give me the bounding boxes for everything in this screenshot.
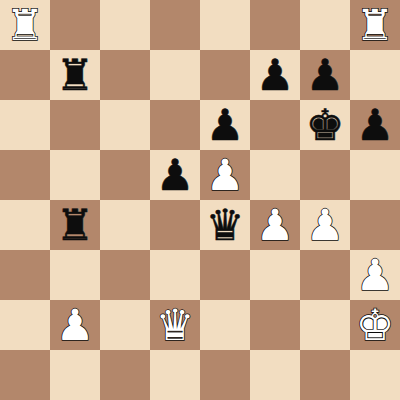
piece-white-pawn[interactable]: ♟	[256, 200, 295, 250]
square-g2[interactable]	[300, 300, 350, 350]
square-d8[interactable]	[150, 0, 200, 50]
square-c6[interactable]	[100, 100, 150, 150]
square-c3[interactable]	[100, 250, 150, 300]
square-c4[interactable]	[100, 200, 150, 250]
square-c1[interactable]	[100, 350, 150, 400]
square-a2[interactable]	[0, 300, 50, 350]
square-a6[interactable]	[0, 100, 50, 150]
square-f7[interactable]: ♟	[250, 50, 300, 100]
square-f1[interactable]	[250, 350, 300, 400]
square-c7[interactable]	[100, 50, 150, 100]
piece-black-pawn[interactable]: ♟	[206, 100, 245, 150]
square-d6[interactable]	[150, 100, 200, 150]
piece-black-pawn[interactable]: ♟	[156, 150, 195, 200]
square-a4[interactable]	[0, 200, 50, 250]
piece-white-king[interactable]: ♚	[356, 300, 395, 350]
square-h3[interactable]: ♟	[350, 250, 400, 300]
square-h7[interactable]	[350, 50, 400, 100]
square-e7[interactable]	[200, 50, 250, 100]
square-f6[interactable]	[250, 100, 300, 150]
chess-board: ♜♜♜♟♟♟♚♟♟♟♜♛♟♟♟♟♛♚	[0, 0, 400, 400]
square-e8[interactable]	[200, 0, 250, 50]
square-b4[interactable]: ♜	[50, 200, 100, 250]
square-h4[interactable]	[350, 200, 400, 250]
square-e2[interactable]	[200, 300, 250, 350]
square-b8[interactable]	[50, 0, 100, 50]
square-d5[interactable]: ♟	[150, 150, 200, 200]
piece-black-queen[interactable]: ♛	[206, 200, 245, 250]
square-e5[interactable]: ♟	[200, 150, 250, 200]
square-h1[interactable]	[350, 350, 400, 400]
square-a1[interactable]	[0, 350, 50, 400]
square-b7[interactable]: ♜	[50, 50, 100, 100]
square-e1[interactable]	[200, 350, 250, 400]
square-g5[interactable]	[300, 150, 350, 200]
square-h6[interactable]: ♟	[350, 100, 400, 150]
square-g7[interactable]: ♟	[300, 50, 350, 100]
piece-white-pawn[interactable]: ♟	[356, 250, 395, 300]
piece-white-rook[interactable]: ♜	[6, 0, 45, 50]
square-g3[interactable]	[300, 250, 350, 300]
square-a5[interactable]	[0, 150, 50, 200]
square-e6[interactable]: ♟	[200, 100, 250, 150]
square-a8[interactable]: ♜	[0, 0, 50, 50]
piece-black-rook[interactable]: ♜	[56, 50, 95, 100]
piece-black-pawn[interactable]: ♟	[256, 50, 295, 100]
square-h2[interactable]: ♚	[350, 300, 400, 350]
piece-white-pawn[interactable]: ♟	[206, 150, 245, 200]
piece-black-rook[interactable]: ♜	[56, 200, 95, 250]
piece-black-pawn[interactable]: ♟	[306, 50, 345, 100]
piece-white-queen[interactable]: ♛	[156, 300, 195, 350]
piece-white-pawn[interactable]: ♟	[306, 200, 345, 250]
square-c5[interactable]	[100, 150, 150, 200]
square-b6[interactable]	[50, 100, 100, 150]
square-e3[interactable]	[200, 250, 250, 300]
square-f8[interactable]	[250, 0, 300, 50]
square-b3[interactable]	[50, 250, 100, 300]
piece-black-pawn[interactable]: ♟	[356, 100, 395, 150]
square-d3[interactable]	[150, 250, 200, 300]
square-h5[interactable]	[350, 150, 400, 200]
square-f5[interactable]	[250, 150, 300, 200]
square-f4[interactable]: ♟	[250, 200, 300, 250]
square-g6[interactable]: ♚	[300, 100, 350, 150]
square-d7[interactable]	[150, 50, 200, 100]
square-b2[interactable]: ♟	[50, 300, 100, 350]
square-d2[interactable]: ♛	[150, 300, 200, 350]
square-c2[interactable]	[100, 300, 150, 350]
piece-white-pawn[interactable]: ♟	[56, 300, 95, 350]
square-a3[interactable]	[0, 250, 50, 300]
square-c8[interactable]	[100, 0, 150, 50]
square-e4[interactable]: ♛	[200, 200, 250, 250]
square-d1[interactable]	[150, 350, 200, 400]
square-f2[interactable]	[250, 300, 300, 350]
piece-black-king[interactable]: ♚	[306, 100, 345, 150]
square-d4[interactable]	[150, 200, 200, 250]
square-f3[interactable]	[250, 250, 300, 300]
square-g8[interactable]	[300, 0, 350, 50]
square-h8[interactable]: ♜	[350, 0, 400, 50]
square-a7[interactable]	[0, 50, 50, 100]
square-b1[interactable]	[50, 350, 100, 400]
square-g4[interactable]: ♟	[300, 200, 350, 250]
square-g1[interactable]	[300, 350, 350, 400]
square-b5[interactable]	[50, 150, 100, 200]
piece-white-rook[interactable]: ♜	[356, 0, 395, 50]
